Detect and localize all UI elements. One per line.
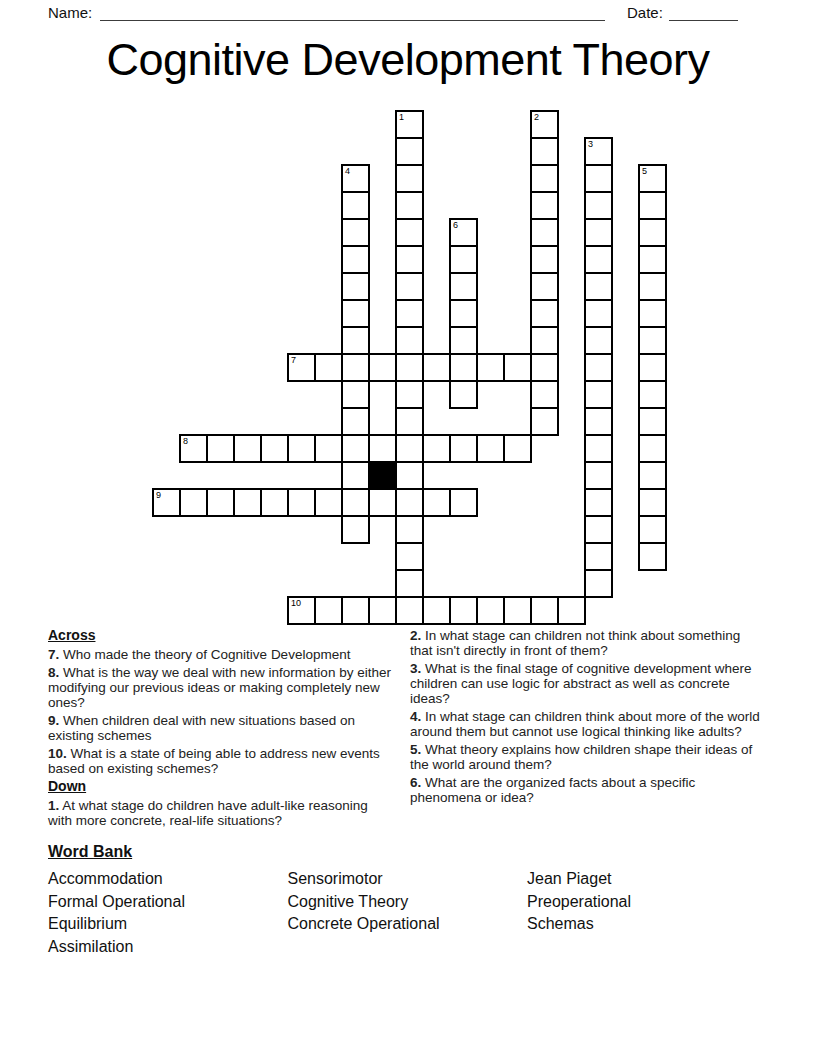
- crossword-cell[interactable]: [638, 245, 667, 274]
- date-label: Date:: [627, 4, 663, 21]
- word-bank-item: Cognitive Theory: [288, 891, 528, 914]
- crossword-cell[interactable]: [314, 434, 343, 463]
- crossword-cell[interactable]: [584, 245, 613, 274]
- crossword-cell[interactable]: 5: [638, 164, 667, 193]
- crossword-cell[interactable]: [287, 434, 316, 463]
- cell-number: 8: [183, 436, 188, 446]
- clue-across-8: 8. What is the way we deal with new info…: [48, 665, 395, 710]
- clue-text: What is the final stage of cognitive dev…: [410, 661, 751, 706]
- crossword-cell[interactable]: [449, 353, 478, 382]
- word-bank-columns: AccommodationFormal OperationalEquilibri…: [48, 868, 778, 958]
- crossword-cell[interactable]: 8: [179, 434, 208, 463]
- clue-number: 3.: [410, 661, 421, 676]
- crossword-cell[interactable]: 2: [530, 110, 559, 139]
- crossword-cell[interactable]: [260, 434, 289, 463]
- crossword-cell[interactable]: [422, 488, 451, 517]
- clue-number: 2.: [410, 628, 421, 643]
- crossword-cell[interactable]: [395, 326, 424, 355]
- word-bank-item: Formal Operational: [48, 891, 288, 914]
- crossword-cell[interactable]: [206, 488, 235, 517]
- word-bank-item: Accommodation: [48, 868, 288, 891]
- crossword-cell[interactable]: [638, 515, 667, 544]
- crossword-cell[interactable]: [368, 596, 397, 625]
- black-cell: [368, 461, 397, 490]
- crossword-cell[interactable]: [584, 434, 613, 463]
- crossword-cell[interactable]: 10: [287, 596, 316, 625]
- name-label: Name:: [48, 4, 92, 21]
- crossword-cell[interactable]: [530, 407, 559, 436]
- crossword-cell[interactable]: [584, 218, 613, 247]
- cell-number: 5: [642, 166, 647, 176]
- date-underline: [669, 20, 738, 21]
- word-bank-item: Equilibrium: [48, 913, 288, 936]
- crossword-cell[interactable]: [449, 488, 478, 517]
- crossword-cell[interactable]: [449, 596, 478, 625]
- crossword-cell[interactable]: [341, 407, 370, 436]
- crossword-cell[interactable]: [449, 272, 478, 301]
- crossword-cell[interactable]: [395, 137, 424, 166]
- crossword-cell[interactable]: 1: [395, 110, 424, 139]
- crossword-cell[interactable]: [638, 380, 667, 409]
- down-heading: Down: [48, 779, 395, 794]
- crossword-cell[interactable]: [341, 380, 370, 409]
- crossword-cell[interactable]: [638, 488, 667, 517]
- word-bank-column: Jean PiagetPreoperationalSchemas: [527, 868, 767, 958]
- clue-down-3: 3. What is the final stage of cognitive …: [410, 661, 764, 706]
- crossword-cell[interactable]: [584, 515, 613, 544]
- clue-number: 9.: [48, 713, 59, 728]
- crossword-cell[interactable]: [530, 380, 559, 409]
- crossword-cell[interactable]: [530, 137, 559, 166]
- crossword-cell[interactable]: [449, 245, 478, 274]
- crossword-cell[interactable]: [341, 461, 370, 490]
- crossword-cell[interactable]: [260, 488, 289, 517]
- crossword-cell[interactable]: [638, 542, 667, 571]
- cell-number: 7: [291, 355, 296, 365]
- crossword-cell[interactable]: [341, 488, 370, 517]
- crossword-cell[interactable]: [395, 461, 424, 490]
- cell-number: 1: [399, 112, 404, 122]
- clue-number: 8.: [48, 665, 59, 680]
- clue-text: What is the way we deal with new informa…: [48, 665, 391, 710]
- crossword-cell[interactable]: [341, 299, 370, 328]
- crossword-cell[interactable]: [530, 299, 559, 328]
- crossword-cell[interactable]: [638, 434, 667, 463]
- crossword-cell[interactable]: [395, 245, 424, 274]
- clue-text: What theory explains how children shape …: [410, 742, 752, 772]
- crossword-cell[interactable]: [395, 353, 424, 382]
- crossword-cell[interactable]: [476, 596, 505, 625]
- crossword-cell[interactable]: 3: [584, 137, 613, 166]
- word-bank-column: AccommodationFormal OperationalEquilibri…: [48, 868, 288, 958]
- puzzle-title: Cognitive Development Theory: [0, 34, 816, 86]
- crossword-cell[interactable]: [314, 353, 343, 382]
- crossword-cell[interactable]: [341, 353, 370, 382]
- crossword-cell[interactable]: [530, 326, 559, 355]
- crossword-cell[interactable]: [638, 272, 667, 301]
- crossword-cell[interactable]: [341, 434, 370, 463]
- crossword-cell[interactable]: [287, 488, 316, 517]
- crossword-cell[interactable]: [503, 434, 532, 463]
- crossword-cell[interactable]: [341, 596, 370, 625]
- crossword-cell[interactable]: [314, 596, 343, 625]
- crossword-cell[interactable]: [449, 326, 478, 355]
- crossword-cell[interactable]: [503, 596, 532, 625]
- word-bank-item: Concrete Operational: [288, 913, 528, 936]
- crossword-cell[interactable]: [314, 488, 343, 517]
- cell-number: 10: [291, 598, 301, 608]
- crossword-cell[interactable]: 4: [341, 164, 370, 193]
- word-bank-item: Schemas: [527, 913, 767, 936]
- crossword-cell[interactable]: [368, 488, 397, 517]
- crossword-cell[interactable]: [422, 596, 451, 625]
- clue-number: 7.: [48, 647, 59, 662]
- crossword-cell[interactable]: [395, 542, 424, 571]
- clue-down-2: 2. In what stage can children not think …: [410, 628, 764, 658]
- cell-number: 6: [453, 220, 458, 230]
- crossword-cell[interactable]: [584, 380, 613, 409]
- crossword-cell[interactable]: [638, 218, 667, 247]
- crossword-cell[interactable]: [449, 299, 478, 328]
- clue-text: In what stage can children think about m…: [410, 709, 760, 739]
- crossword-cell[interactable]: [395, 380, 424, 409]
- cell-number: 2: [534, 112, 539, 122]
- crossword-cell[interactable]: [530, 272, 559, 301]
- crossword-cell[interactable]: [395, 596, 424, 625]
- crossword-cell[interactable]: 7: [287, 353, 316, 382]
- crossword-cell[interactable]: [584, 488, 613, 517]
- crossword-cell[interactable]: [395, 191, 424, 220]
- crossword-cell[interactable]: [584, 353, 613, 382]
- crossword-cell[interactable]: [395, 272, 424, 301]
- crossword-cell[interactable]: [584, 299, 613, 328]
- word-bank-column: SensorimotorCognitive TheoryConcrete Ope…: [288, 868, 528, 958]
- crossword-cell[interactable]: [584, 326, 613, 355]
- crossword-cell[interactable]: [638, 326, 667, 355]
- clues-column-left: Across7. Who made the theory of Cognitiv…: [48, 628, 395, 831]
- crossword-cell[interactable]: [584, 164, 613, 193]
- crossword-cell[interactable]: [530, 218, 559, 247]
- crossword-cell[interactable]: 6: [449, 218, 478, 247]
- clue-text: What are the organized facts about a spe…: [410, 775, 695, 805]
- clue-down-1: 1. At what stage do children have adult-…: [48, 798, 395, 828]
- clue-across-7: 7. Who made the theory of Cognitive Deve…: [48, 647, 395, 662]
- crossword-cell[interactable]: [233, 434, 262, 463]
- cell-number: 3: [588, 139, 593, 149]
- crossword-cell[interactable]: [422, 434, 451, 463]
- crossword-cell[interactable]: [395, 515, 424, 544]
- crossword-cell[interactable]: [584, 461, 613, 490]
- crossword-cell[interactable]: [395, 434, 424, 463]
- clue-down-4: 4. In what stage can children think abou…: [410, 709, 764, 739]
- crossword-cell[interactable]: [638, 299, 667, 328]
- word-bank: Word Bank AccommodationFormal Operationa…: [48, 843, 778, 958]
- crossword-cell[interactable]: [341, 245, 370, 274]
- crossword-cell[interactable]: [395, 299, 424, 328]
- clue-across-10: 10. What is a state of being able to add…: [48, 746, 395, 776]
- crossword-cell[interactable]: [206, 434, 235, 463]
- crossword-cell[interactable]: [503, 353, 532, 382]
- clue-text: What is a state of being able to address…: [48, 746, 380, 776]
- crossword-cell[interactable]: [530, 353, 559, 382]
- crossword-cell[interactable]: [638, 191, 667, 220]
- crossword-cell[interactable]: [395, 569, 424, 598]
- clue-across-9: 9. When children deal with new situation…: [48, 713, 395, 743]
- crossword-cell[interactable]: [179, 488, 208, 517]
- crossword-cell[interactable]: [530, 245, 559, 274]
- crossword-cell[interactable]: [395, 164, 424, 193]
- clues-column-right: 2. In what stage can children not think …: [410, 628, 764, 808]
- crossword-cell[interactable]: [233, 488, 262, 517]
- crossword-cell[interactable]: [476, 353, 505, 382]
- crossword-cell[interactable]: [638, 353, 667, 382]
- word-bank-item: Sensorimotor: [288, 868, 528, 891]
- crossword-grid: 12345678910: [152, 110, 668, 626]
- clue-text: At what stage do children have adult-lik…: [48, 798, 368, 828]
- across-heading: Across: [48, 628, 395, 643]
- word-bank-item: Jean Piaget: [527, 868, 767, 891]
- cell-number: 4: [345, 166, 350, 176]
- crossword-cell[interactable]: [341, 272, 370, 301]
- crossword-cell[interactable]: [341, 326, 370, 355]
- crossword-cell[interactable]: [476, 434, 505, 463]
- crossword-cell[interactable]: [368, 353, 397, 382]
- clue-down-5: 5. What theory explains how children sha…: [410, 742, 764, 772]
- word-bank-item: Preoperational: [527, 891, 767, 914]
- crossword-cell[interactable]: [530, 191, 559, 220]
- crossword-cell[interactable]: [449, 380, 478, 409]
- cell-number: 9: [156, 490, 161, 500]
- name-underline: [100, 20, 605, 21]
- clue-number: 5.: [410, 742, 421, 757]
- word-bank-item: Assimilation: [48, 936, 288, 959]
- clue-text: In what stage can children not think abo…: [410, 628, 740, 658]
- crossword-cell[interactable]: [557, 596, 586, 625]
- crossword-cell[interactable]: [584, 272, 613, 301]
- clue-down-6: 6. What are the organized facts about a …: [410, 775, 764, 805]
- crossword-cell[interactable]: [530, 164, 559, 193]
- crossword-cell[interactable]: 9: [152, 488, 181, 517]
- clue-text: Who made the theory of Cognitive Develop…: [59, 647, 350, 662]
- crossword-cell[interactable]: [341, 515, 370, 544]
- crossword-cell[interactable]: [530, 596, 559, 625]
- crossword-cell[interactable]: [422, 353, 451, 382]
- crossword-cell[interactable]: [638, 407, 667, 436]
- clue-text: When children deal with new situations b…: [48, 713, 355, 743]
- clue-number: 4.: [410, 709, 421, 724]
- crossword-cell[interactable]: [584, 569, 613, 598]
- clue-number: 6.: [410, 775, 421, 790]
- crossword-cell[interactable]: [395, 218, 424, 247]
- clue-number: 1.: [48, 798, 59, 813]
- clue-number: 10.: [48, 746, 67, 761]
- crossword-cell[interactable]: [341, 191, 370, 220]
- crossword-cell[interactable]: [584, 542, 613, 571]
- crossword-cell[interactable]: [584, 407, 613, 436]
- crossword-cell[interactable]: [638, 461, 667, 490]
- crossword-cell[interactable]: [395, 407, 424, 436]
- crossword-cell[interactable]: [368, 434, 397, 463]
- crossword-cell[interactable]: [584, 191, 613, 220]
- word-bank-heading: Word Bank: [48, 843, 778, 861]
- crossword-cell[interactable]: [341, 218, 370, 247]
- crossword-cell[interactable]: [395, 488, 424, 517]
- crossword-cell[interactable]: [449, 434, 478, 463]
